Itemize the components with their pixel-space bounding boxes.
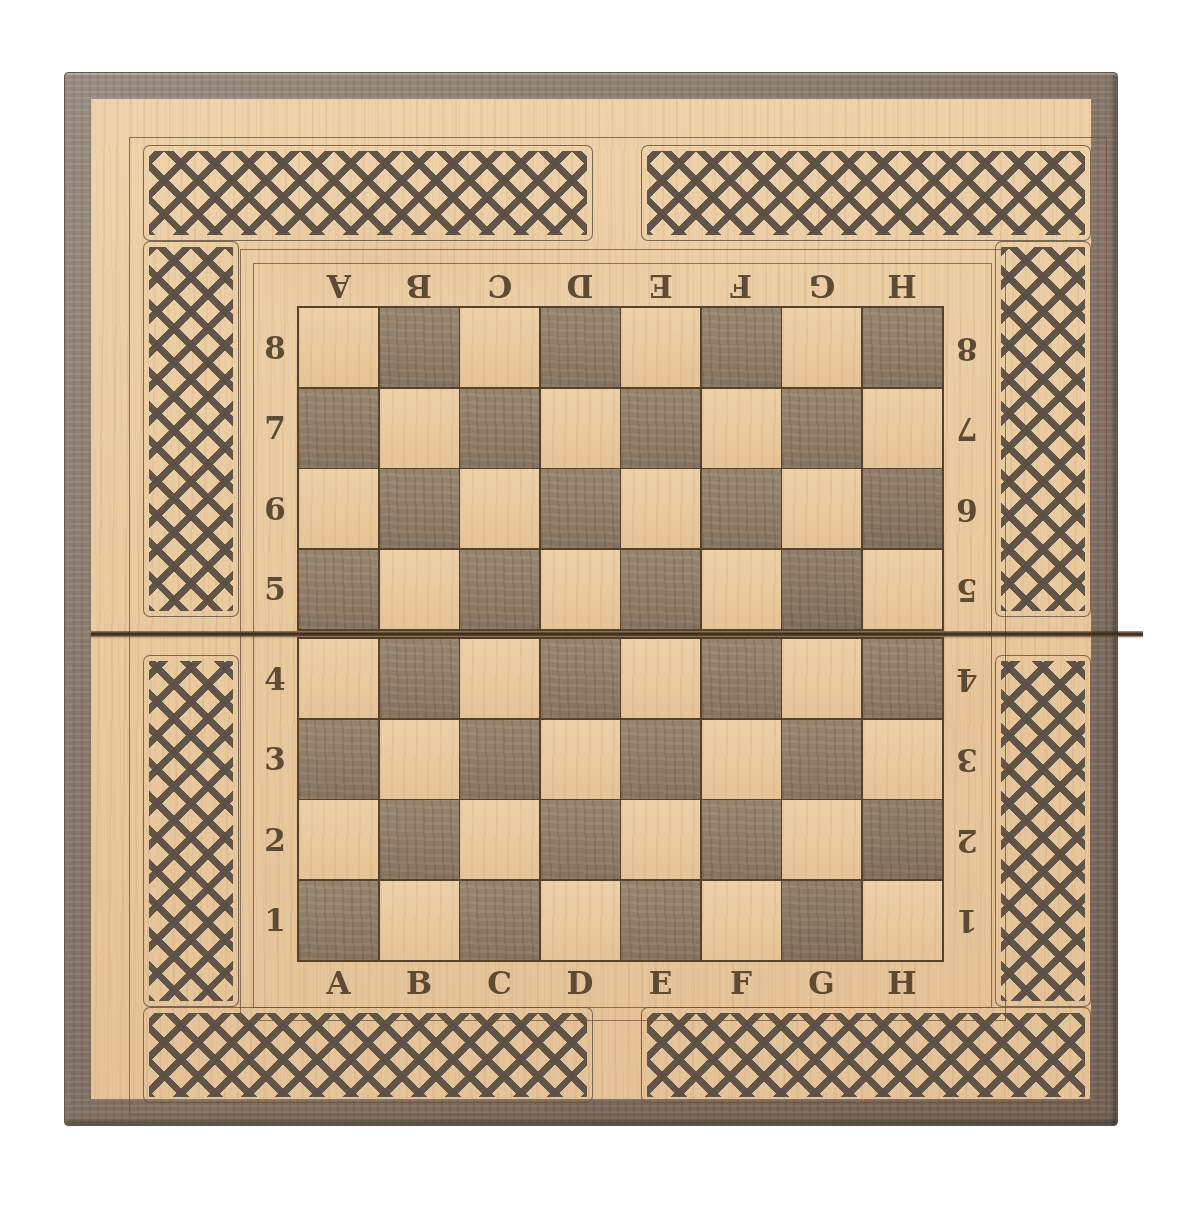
square-g7[interactable] <box>782 389 861 468</box>
square-b2[interactable] <box>380 800 459 879</box>
square-d3[interactable] <box>541 720 620 799</box>
square-b3[interactable] <box>380 720 459 799</box>
square-a7[interactable] <box>299 389 378 468</box>
chessboard: ABCDEFGHABCDEFGH8765432187654321 <box>64 72 1118 1126</box>
chess-grid-lower-half <box>297 637 944 962</box>
square-h2[interactable] <box>863 800 942 879</box>
celtic-knot-band-left-lower <box>143 655 239 1007</box>
file-label-top-c: C <box>487 270 512 301</box>
square-b4[interactable] <box>380 639 459 718</box>
square-c6[interactable] <box>460 469 539 548</box>
square-h1[interactable] <box>863 881 942 960</box>
square-g8[interactable] <box>782 308 861 387</box>
square-f1[interactable] <box>702 881 781 960</box>
rank-label-right-5: 5 <box>956 574 978 605</box>
square-b8[interactable] <box>380 308 459 387</box>
square-f8[interactable] <box>702 308 781 387</box>
photo-background: ABCDEFGHABCDEFGH8765432187654321 <box>0 0 1178 1222</box>
rank-label-left-2: 2 <box>264 824 286 855</box>
file-label-top-b: B <box>406 270 432 301</box>
rank-label-left-6: 6 <box>264 493 286 524</box>
square-a4[interactable] <box>299 639 378 718</box>
file-label-bottom-f: F <box>730 968 752 999</box>
rank-label-right-7: 7 <box>956 413 978 444</box>
square-c3[interactable] <box>460 720 539 799</box>
rank-label-right-3: 3 <box>956 744 978 775</box>
square-f5[interactable] <box>702 550 781 629</box>
rank-label-left-1: 1 <box>264 905 286 936</box>
rank-label-left-4: 4 <box>264 663 286 694</box>
chess-grid-upper-half <box>297 306 944 631</box>
square-f2[interactable] <box>702 800 781 879</box>
square-h4[interactable] <box>863 639 942 718</box>
square-f6[interactable] <box>702 469 781 548</box>
file-label-top-f: F <box>730 270 752 301</box>
rank-label-left-5: 5 <box>264 574 286 605</box>
square-b6[interactable] <box>380 469 459 548</box>
square-d2[interactable] <box>541 800 620 879</box>
file-label-top-h: H <box>887 270 916 301</box>
square-f3[interactable] <box>702 720 781 799</box>
board-fold-seam <box>91 631 1143 637</box>
square-g4[interactable] <box>782 639 861 718</box>
rank-label-left-8: 8 <box>264 332 286 363</box>
square-g3[interactable] <box>782 720 861 799</box>
file-label-top-e: E <box>649 270 673 301</box>
celtic-knot-band-left-upper <box>143 241 239 617</box>
square-g1[interactable] <box>782 881 861 960</box>
board-wood-field: ABCDEFGHABCDEFGH8765432187654321 <box>91 99 1091 1099</box>
square-c1[interactable] <box>460 881 539 960</box>
celtic-knot-band-right-lower <box>995 655 1091 1007</box>
rank-label-left-7: 7 <box>264 413 286 444</box>
rank-label-right-4: 4 <box>956 663 978 694</box>
square-f4[interactable] <box>702 639 781 718</box>
square-a5[interactable] <box>299 550 378 629</box>
file-label-top-a: A <box>326 270 350 301</box>
square-b5[interactable] <box>380 550 459 629</box>
square-a8[interactable] <box>299 308 378 387</box>
square-g6[interactable] <box>782 469 861 548</box>
file-label-top-g: G <box>808 270 834 301</box>
square-d7[interactable] <box>541 389 620 468</box>
square-d6[interactable] <box>541 469 620 548</box>
square-b7[interactable] <box>380 389 459 468</box>
rank-label-right-1: 1 <box>956 905 978 936</box>
square-c5[interactable] <box>460 550 539 629</box>
file-label-bottom-h: H <box>887 968 916 999</box>
square-c2[interactable] <box>460 800 539 879</box>
square-e5[interactable] <box>621 550 700 629</box>
square-a3[interactable] <box>299 720 378 799</box>
square-h3[interactable] <box>863 720 942 799</box>
file-label-bottom-b: B <box>406 968 432 999</box>
square-c7[interactable] <box>460 389 539 468</box>
file-label-bottom-c: C <box>487 968 512 999</box>
square-d4[interactable] <box>541 639 620 718</box>
file-label-bottom-d: D <box>567 968 594 999</box>
square-e6[interactable] <box>621 469 700 548</box>
square-b1[interactable] <box>380 881 459 960</box>
celtic-knot-band-top-right <box>641 145 1091 241</box>
celtic-knot-band-right-upper <box>995 241 1091 617</box>
square-h6[interactable] <box>863 469 942 548</box>
square-h5[interactable] <box>863 550 942 629</box>
rank-label-right-2: 2 <box>956 824 978 855</box>
rank-label-left-3: 3 <box>264 744 286 775</box>
square-h8[interactable] <box>863 308 942 387</box>
file-label-top-d: D <box>567 270 594 301</box>
celtic-knot-band-top-left <box>143 145 593 241</box>
square-c8[interactable] <box>460 308 539 387</box>
square-e4[interactable] <box>621 639 700 718</box>
celtic-knot-band-bottom-right <box>641 1007 1091 1103</box>
square-g2[interactable] <box>782 800 861 879</box>
square-e7[interactable] <box>621 389 700 468</box>
square-d1[interactable] <box>541 881 620 960</box>
file-label-bottom-e: E <box>649 968 673 999</box>
celtic-knot-band-bottom-left <box>143 1007 593 1103</box>
square-a2[interactable] <box>299 800 378 879</box>
square-h7[interactable] <box>863 389 942 468</box>
square-a1[interactable] <box>299 881 378 960</box>
square-d5[interactable] <box>541 550 620 629</box>
square-d8[interactable] <box>541 308 620 387</box>
rank-label-right-8: 8 <box>956 332 978 363</box>
square-g5[interactable] <box>782 550 861 629</box>
square-e3[interactable] <box>621 720 700 799</box>
square-c4[interactable] <box>460 639 539 718</box>
square-e2[interactable] <box>621 800 700 879</box>
square-e8[interactable] <box>621 308 700 387</box>
rank-label-right-6: 6 <box>956 493 978 524</box>
file-label-bottom-a: A <box>326 968 350 999</box>
square-e1[interactable] <box>621 881 700 960</box>
square-a6[interactable] <box>299 469 378 548</box>
file-label-bottom-g: G <box>808 968 834 999</box>
square-f7[interactable] <box>702 389 781 468</box>
